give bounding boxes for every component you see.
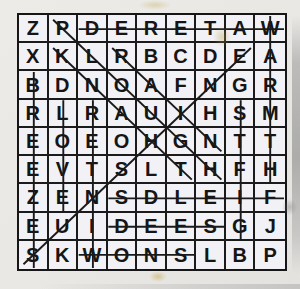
cell-r8c1[interactable]: E bbox=[19, 213, 49, 241]
cell-r7c1[interactable]: Z bbox=[19, 184, 49, 212]
cell-r5c9[interactable]: T bbox=[255, 128, 285, 156]
cell-r3c3[interactable]: N bbox=[78, 71, 108, 99]
cell-r8c4[interactable]: D bbox=[108, 213, 138, 241]
cell-r7c8[interactable]: I bbox=[226, 184, 256, 212]
cell-r8c3[interactable]: I bbox=[78, 213, 108, 241]
cell-r9c1[interactable]: S bbox=[19, 241, 49, 269]
cell-r3c5[interactable]: A bbox=[137, 71, 167, 99]
cell-r7c6[interactable]: L bbox=[167, 184, 197, 212]
cell-r1c1[interactable]: Z bbox=[19, 15, 49, 43]
cell-r6c3[interactable]: T bbox=[78, 156, 108, 184]
cell-r1c8[interactable]: A bbox=[226, 15, 256, 43]
cell-r5c5[interactable]: H bbox=[137, 128, 167, 156]
cell-r6c5[interactable]: L bbox=[137, 156, 167, 184]
cell-r5c2[interactable]: O bbox=[49, 128, 79, 156]
cell-r4c4[interactable]: A bbox=[108, 100, 138, 128]
cell-r6c8[interactable]: F bbox=[226, 156, 256, 184]
cell-r7c9[interactable]: F bbox=[255, 184, 285, 212]
cell-r3c2[interactable]: D bbox=[49, 71, 79, 99]
cell-r5c8[interactable]: T bbox=[226, 128, 256, 156]
cell-r1c5[interactable]: R bbox=[137, 15, 167, 43]
cell-r1c3[interactable]: D bbox=[78, 15, 108, 43]
cell-r9c3[interactable]: W bbox=[78, 241, 108, 269]
cell-r7c4[interactable]: S bbox=[108, 184, 138, 212]
cell-r9c2[interactable]: K bbox=[49, 241, 79, 269]
cell-r9c5[interactable]: N bbox=[137, 241, 167, 269]
cell-r8c6[interactable]: E bbox=[167, 213, 197, 241]
cell-r2c8[interactable]: E bbox=[226, 43, 256, 71]
cell-r2c2[interactable]: K bbox=[49, 43, 79, 71]
cell-r4c3[interactable]: R bbox=[78, 100, 108, 128]
cell-r4c1[interactable]: R bbox=[19, 100, 49, 128]
cell-r3c6[interactable]: F bbox=[167, 71, 197, 99]
cell-r4c2[interactable]: L bbox=[49, 100, 79, 128]
cell-r6c9[interactable]: H bbox=[255, 156, 285, 184]
cell-r7c7[interactable]: E bbox=[196, 184, 226, 212]
word-grid: ZPDERETAWXKLRBCDEABDNOAFNGRRLRAUIHSMEOEO… bbox=[19, 15, 285, 269]
cell-r9c6[interactable]: S bbox=[167, 241, 197, 269]
cell-r8c7[interactable]: S bbox=[196, 213, 226, 241]
cell-r5c3[interactable]: E bbox=[78, 128, 108, 156]
cell-r2c1[interactable]: X bbox=[19, 43, 49, 71]
cell-r8c5[interactable]: E bbox=[137, 213, 167, 241]
cell-r3c9[interactable]: R bbox=[255, 71, 285, 99]
cell-r2c4[interactable]: R bbox=[108, 43, 138, 71]
cell-r8c9[interactable]: J bbox=[255, 213, 285, 241]
cell-r1c4[interactable]: E bbox=[108, 15, 138, 43]
cell-r6c7[interactable]: H bbox=[196, 156, 226, 184]
paper-smudge bbox=[138, 0, 172, 10]
cell-r6c2[interactable]: V bbox=[49, 156, 79, 184]
cell-r2c7[interactable]: D bbox=[196, 43, 226, 71]
cell-r4c8[interactable]: S bbox=[226, 100, 256, 128]
cell-r3c1[interactable]: B bbox=[19, 71, 49, 99]
cell-r4c7[interactable]: H bbox=[196, 100, 226, 128]
cell-r9c4[interactable]: O bbox=[108, 241, 138, 269]
cell-r3c7[interactable]: N bbox=[196, 71, 226, 99]
cell-r9c8[interactable]: B bbox=[226, 241, 256, 269]
cell-r5c6[interactable]: G bbox=[167, 128, 197, 156]
cell-r7c3[interactable]: N bbox=[78, 184, 108, 212]
cell-r6c1[interactable]: E bbox=[19, 156, 49, 184]
cell-r1c9[interactable]: W bbox=[255, 15, 285, 43]
scanned-puzzle-page: ZPDERETAWXKLRBCDEABDNOAFNGRRLRAUIHSMEOEO… bbox=[0, 0, 300, 289]
cell-r4c6[interactable]: I bbox=[167, 100, 197, 128]
cell-r7c2[interactable]: E bbox=[49, 184, 79, 212]
cell-r2c3[interactable]: L bbox=[78, 43, 108, 71]
cell-r9c7[interactable]: L bbox=[196, 241, 226, 269]
cell-r2c5[interactable]: B bbox=[137, 43, 167, 71]
scan-edge-shadow bbox=[292, 16, 300, 274]
cell-r1c6[interactable]: E bbox=[167, 15, 197, 43]
cell-r5c4[interactable]: O bbox=[108, 128, 138, 156]
cell-r8c8[interactable]: G bbox=[226, 213, 256, 241]
cell-r6c4[interactable]: S bbox=[108, 156, 138, 184]
cell-r4c9[interactable]: M bbox=[255, 100, 285, 128]
cell-r9c9[interactable]: P bbox=[255, 241, 285, 269]
cell-r5c7[interactable]: N bbox=[196, 128, 226, 156]
cell-r8c2[interactable]: U bbox=[49, 213, 79, 241]
cell-r6c6[interactable]: T bbox=[167, 156, 197, 184]
cell-r3c4[interactable]: O bbox=[108, 71, 138, 99]
cell-r1c7[interactable]: T bbox=[196, 15, 226, 43]
scan-edge-shadow bbox=[40, 284, 300, 289]
cell-r5c1[interactable]: E bbox=[19, 128, 49, 156]
cell-r1c2[interactable]: P bbox=[49, 15, 79, 43]
word-search-board: ZPDERETAWXKLRBCDEABDNOAFNGRRLRAUIHSMEOEO… bbox=[17, 13, 287, 271]
cell-r2c6[interactable]: C bbox=[167, 43, 197, 71]
paper-smudge bbox=[149, 271, 167, 282]
cell-r4c5[interactable]: U bbox=[137, 100, 167, 128]
cell-r7c5[interactable]: D bbox=[137, 184, 167, 212]
cell-r2c9[interactable]: A bbox=[255, 43, 285, 71]
cell-r3c8[interactable]: G bbox=[226, 71, 256, 99]
